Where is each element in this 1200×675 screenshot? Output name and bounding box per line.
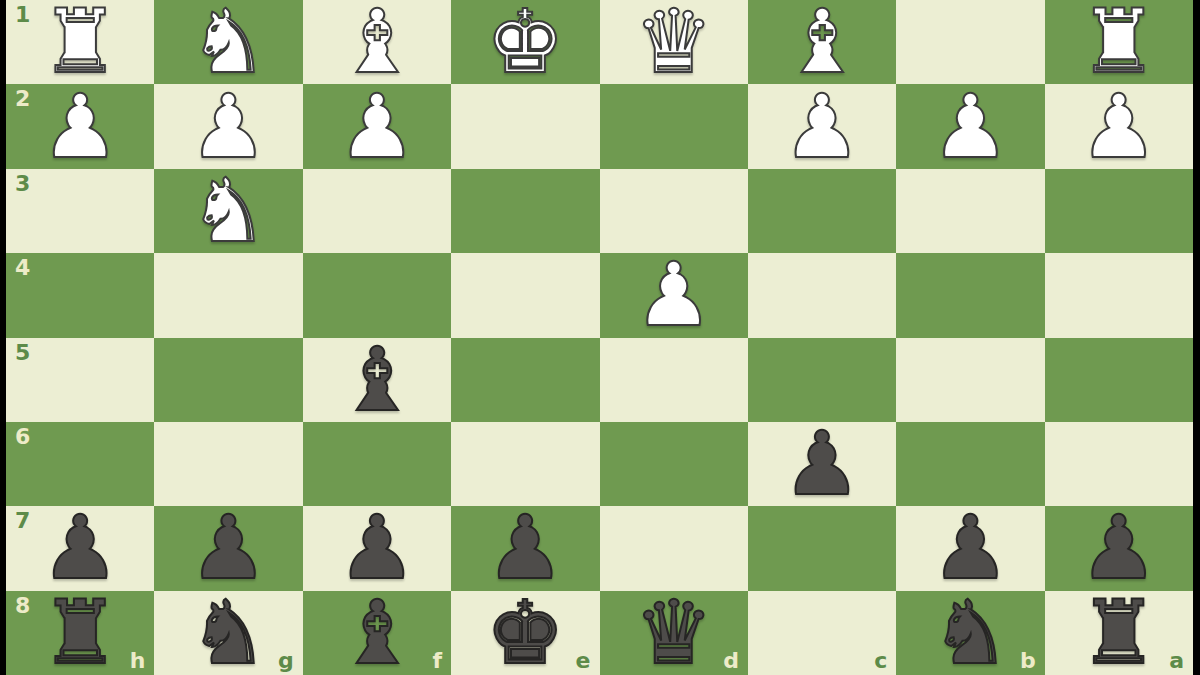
- square-h7[interactable]: 7♟: [6, 506, 154, 590]
- square-h8[interactable]: 8h♜: [6, 591, 154, 675]
- square-b6[interactable]: [896, 422, 1044, 506]
- square-g5[interactable]: [154, 338, 302, 422]
- rank-label-8: 8: [15, 595, 30, 617]
- white-pawn-b2[interactable]: ♟: [931, 85, 1010, 169]
- rank-label-7: 7: [15, 510, 30, 532]
- square-e4[interactable]: [451, 253, 599, 337]
- square-d2[interactable]: [600, 84, 748, 168]
- file-label-h: h: [130, 650, 146, 672]
- square-a4[interactable]: [1045, 253, 1193, 337]
- black-pawn-h7[interactable]: ♟: [41, 506, 120, 590]
- black-pawn-g7[interactable]: ♟: [189, 506, 268, 590]
- square-h6[interactable]: 6: [6, 422, 154, 506]
- square-f5[interactable]: ♝: [303, 338, 451, 422]
- white-bishop-c1[interactable]: ♝: [783, 0, 862, 84]
- black-king-e8[interactable]: ♚: [486, 591, 565, 675]
- white-knight-g1[interactable]: ♞: [189, 0, 268, 84]
- square-b2[interactable]: ♟: [896, 84, 1044, 168]
- square-b8[interactable]: b♞: [896, 591, 1044, 675]
- square-h1[interactable]: 1♜: [6, 0, 154, 84]
- white-pawn-g2[interactable]: ♟: [189, 85, 268, 169]
- square-e8[interactable]: e♚: [451, 591, 599, 675]
- white-pawn-c2[interactable]: ♟: [783, 85, 862, 169]
- square-d1[interactable]: ♛: [600, 0, 748, 84]
- black-rook-h8[interactable]: ♜: [41, 591, 120, 675]
- square-g2[interactable]: ♟: [154, 84, 302, 168]
- white-rook-a1[interactable]: ♜: [1079, 0, 1158, 84]
- square-a8[interactable]: a♜: [1045, 591, 1193, 675]
- square-e5[interactable]: [451, 338, 599, 422]
- square-d8[interactable]: d♛: [600, 591, 748, 675]
- file-label-f: f: [433, 650, 443, 672]
- rank-label-5: 5: [15, 342, 30, 364]
- square-f1[interactable]: ♝: [303, 0, 451, 84]
- square-b7[interactable]: ♟: [896, 506, 1044, 590]
- square-g3[interactable]: ♞: [154, 169, 302, 253]
- square-c8[interactable]: c: [748, 591, 896, 675]
- file-label-b: b: [1020, 650, 1036, 672]
- square-a5[interactable]: [1045, 338, 1193, 422]
- square-b5[interactable]: [896, 338, 1044, 422]
- square-b3[interactable]: [896, 169, 1044, 253]
- square-h4[interactable]: 4: [6, 253, 154, 337]
- square-c4[interactable]: [748, 253, 896, 337]
- file-label-a: a: [1169, 650, 1184, 672]
- black-pawn-a7[interactable]: ♟: [1079, 506, 1158, 590]
- square-c3[interactable]: [748, 169, 896, 253]
- square-b4[interactable]: [896, 253, 1044, 337]
- square-e2[interactable]: [451, 84, 599, 168]
- square-h5[interactable]: 5: [6, 338, 154, 422]
- black-knight-b8[interactable]: ♞: [931, 591, 1010, 675]
- black-rook-a8[interactable]: ♜: [1079, 591, 1158, 675]
- square-g1[interactable]: ♞: [154, 0, 302, 84]
- square-a6[interactable]: [1045, 422, 1193, 506]
- chess-app-stage: 1♜♞♝♚♛♝♜2♟♟♟♟♟♟3♞4♟5♝6♟7♟♟♟♟♟♟8h♜g♞f♝e♚d…: [0, 0, 1200, 675]
- white-king-e1[interactable]: ♚: [486, 0, 565, 84]
- square-d6[interactable]: [600, 422, 748, 506]
- black-bishop-f5[interactable]: ♝: [337, 338, 416, 422]
- square-c5[interactable]: [748, 338, 896, 422]
- white-queen-d1[interactable]: ♛: [634, 0, 713, 84]
- chess-board: 1♜♞♝♚♛♝♜2♟♟♟♟♟♟3♞4♟5♝6♟7♟♟♟♟♟♟8h♜g♞f♝e♚d…: [6, 0, 1193, 675]
- white-pawn-a2[interactable]: ♟: [1079, 85, 1158, 169]
- square-f6[interactable]: [303, 422, 451, 506]
- square-g4[interactable]: [154, 253, 302, 337]
- square-c7[interactable]: [748, 506, 896, 590]
- square-g7[interactable]: ♟: [154, 506, 302, 590]
- white-bishop-f1[interactable]: ♝: [337, 0, 416, 84]
- square-h3[interactable]: 3: [6, 169, 154, 253]
- rank-label-3: 3: [15, 173, 30, 195]
- file-label-g: g: [278, 650, 294, 672]
- white-pawn-h2[interactable]: ♟: [41, 85, 120, 169]
- file-label-d: d: [723, 650, 739, 672]
- black-pawn-b7[interactable]: ♟: [931, 506, 1010, 590]
- square-b1[interactable]: [896, 0, 1044, 84]
- square-d4[interactable]: ♟: [600, 253, 748, 337]
- file-label-c: c: [874, 650, 887, 672]
- white-pawn-d4[interactable]: ♟: [634, 253, 713, 337]
- square-a2[interactable]: ♟: [1045, 84, 1193, 168]
- square-g8[interactable]: g♞: [154, 591, 302, 675]
- square-a1[interactable]: ♜: [1045, 0, 1193, 84]
- square-e6[interactable]: [451, 422, 599, 506]
- black-knight-g8[interactable]: ♞: [189, 591, 268, 675]
- white-knight-g3[interactable]: ♞: [189, 169, 268, 253]
- square-c1[interactable]: ♝: [748, 0, 896, 84]
- square-a7[interactable]: ♟: [1045, 506, 1193, 590]
- black-queen-d8[interactable]: ♛: [634, 591, 713, 675]
- white-pawn-f2[interactable]: ♟: [337, 85, 416, 169]
- square-f2[interactable]: ♟: [303, 84, 451, 168]
- rank-label-4: 4: [15, 257, 30, 279]
- square-g6[interactable]: [154, 422, 302, 506]
- square-d3[interactable]: [600, 169, 748, 253]
- rank-label-2: 2: [15, 88, 30, 110]
- square-d7[interactable]: [600, 506, 748, 590]
- rank-label-1: 1: [15, 4, 30, 26]
- square-c6[interactable]: ♟: [748, 422, 896, 506]
- square-h2[interactable]: 2♟: [6, 84, 154, 168]
- square-f3[interactable]: [303, 169, 451, 253]
- square-e7[interactable]: ♟: [451, 506, 599, 590]
- square-a3[interactable]: [1045, 169, 1193, 253]
- square-d5[interactable]: [600, 338, 748, 422]
- square-f4[interactable]: [303, 253, 451, 337]
- rank-label-6: 6: [15, 426, 30, 448]
- square-e1[interactable]: ♚: [451, 0, 599, 84]
- file-label-e: e: [576, 650, 591, 672]
- square-e3[interactable]: [451, 169, 599, 253]
- white-rook-h1[interactable]: ♜: [41, 0, 120, 84]
- black-pawn-e7[interactable]: ♟: [486, 506, 565, 590]
- black-bishop-f8[interactable]: ♝: [337, 591, 416, 675]
- letterbox-right: [1193, 0, 1200, 675]
- black-pawn-c6[interactable]: ♟: [783, 422, 862, 506]
- square-f7[interactable]: ♟: [303, 506, 451, 590]
- square-f8[interactable]: f♝: [303, 591, 451, 675]
- square-c2[interactable]: ♟: [748, 84, 896, 168]
- black-pawn-f7[interactable]: ♟: [337, 506, 416, 590]
